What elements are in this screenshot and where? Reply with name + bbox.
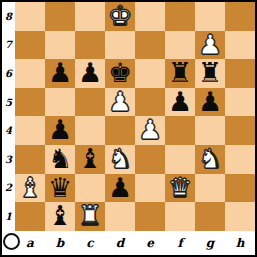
piece-white-pawn-e4[interactable]: ♟	[138, 116, 162, 145]
square-c1[interactable]: ♜	[75, 202, 105, 231]
file-label-g: g	[195, 231, 225, 255]
square-g4[interactable]	[195, 116, 225, 145]
square-d8[interactable]: ♚	[105, 2, 135, 31]
piece-white-pawn-d5[interactable]: ♟	[108, 87, 132, 116]
square-f8[interactable]	[165, 2, 195, 31]
piece-black-rook-g6[interactable]: ♜	[198, 59, 222, 88]
piece-black-rook-f6[interactable]: ♜	[168, 59, 192, 88]
square-d4[interactable]	[105, 116, 135, 145]
rank-label-7: 7	[2, 31, 15, 60]
file-label-d: d	[105, 231, 135, 255]
piece-black-pawn-d2[interactable]: ♟	[108, 173, 132, 202]
square-e3[interactable]	[135, 145, 165, 174]
square-b3[interactable]: ♞	[45, 145, 75, 174]
square-a1[interactable]	[15, 202, 45, 231]
square-g5[interactable]: ♟	[195, 88, 225, 117]
rank-label-4: 4	[2, 116, 15, 145]
square-h1[interactable]	[225, 202, 255, 231]
square-d6[interactable]: ♚	[105, 59, 135, 88]
piece-black-pawn-g5[interactable]: ♟	[198, 87, 222, 116]
piece-black-king-d6[interactable]: ♚	[108, 59, 132, 88]
square-e2[interactable]	[135, 174, 165, 203]
piece-white-knight-g3[interactable]: ♞	[198, 144, 222, 173]
square-e1[interactable]	[135, 202, 165, 231]
square-e6[interactable]	[135, 59, 165, 88]
square-b7[interactable]	[45, 31, 75, 60]
file-label-b: b	[45, 231, 75, 255]
rank-label-6: 6	[2, 59, 15, 88]
rank-label-3: 3	[2, 145, 15, 174]
piece-black-pawn-b4[interactable]: ♟	[48, 116, 72, 145]
piece-black-pawn-c6[interactable]: ♟	[78, 59, 102, 88]
piece-white-knight-d3[interactable]: ♞	[108, 144, 132, 173]
square-b6[interactable]: ♟	[45, 59, 75, 88]
square-c3[interactable]: ♝	[75, 145, 105, 174]
square-g2[interactable]	[195, 174, 225, 203]
square-b8[interactable]	[45, 2, 75, 31]
square-d3[interactable]: ♞	[105, 145, 135, 174]
square-b1[interactable]: ♝	[45, 202, 75, 231]
file-label-e: e	[135, 231, 165, 255]
square-a8[interactable]	[15, 2, 45, 31]
square-a3[interactable]	[15, 145, 45, 174]
square-f3[interactable]	[165, 145, 195, 174]
square-d1[interactable]	[105, 202, 135, 231]
square-h5[interactable]	[225, 88, 255, 117]
square-d5[interactable]: ♟	[105, 88, 135, 117]
square-g7[interactable]: ♟	[195, 31, 225, 60]
piece-black-bishop-c3[interactable]: ♝	[78, 144, 102, 173]
square-f1[interactable]	[165, 202, 195, 231]
square-c7[interactable]	[75, 31, 105, 60]
square-g1[interactable]	[195, 202, 225, 231]
square-a5[interactable]	[15, 88, 45, 117]
file-labels: abcdefgh	[15, 231, 255, 255]
square-b5[interactable]	[45, 88, 75, 117]
white-to-move-circle-icon	[3, 233, 20, 250]
rank-label-8: 8	[2, 2, 15, 31]
square-a7[interactable]	[15, 31, 45, 60]
piece-black-knight-b3[interactable]: ♞	[48, 144, 72, 173]
chess-diagram: 87654321 ♚♟♟♟♚♜♜♟♟♟♟♟♞♝♞♞♝♛♟♛♝♜ abcdefgh	[0, 0, 257, 257]
square-e8[interactable]	[135, 2, 165, 31]
square-e4[interactable]: ♟	[135, 116, 165, 145]
square-f2[interactable]: ♛	[165, 174, 195, 203]
square-f6[interactable]: ♜	[165, 59, 195, 88]
piece-black-pawn-b6[interactable]: ♟	[48, 59, 72, 88]
file-label-h: h	[225, 231, 255, 255]
square-h7[interactable]	[225, 31, 255, 60]
square-b2[interactable]: ♛	[45, 174, 75, 203]
square-h2[interactable]	[225, 174, 255, 203]
square-g6[interactable]: ♜	[195, 59, 225, 88]
rank-label-1: 1	[2, 202, 15, 231]
rank-label-2: 2	[2, 174, 15, 203]
file-label-c: c	[75, 231, 105, 255]
file-label-f: f	[165, 231, 195, 255]
piece-white-queen-f2[interactable]: ♛	[168, 173, 192, 202]
square-c8[interactable]	[75, 2, 105, 31]
square-a2[interactable]: ♝	[15, 174, 45, 203]
chess-board: ♚♟♟♟♚♜♜♟♟♟♟♟♞♝♞♞♝♛♟♛♝♜	[15, 2, 255, 231]
square-g3[interactable]: ♞	[195, 145, 225, 174]
piece-black-queen-b2[interactable]: ♛	[48, 173, 72, 202]
piece-white-bishop-a2[interactable]: ♝	[18, 173, 42, 202]
piece-black-pawn-f5[interactable]: ♟	[168, 87, 192, 116]
square-a6[interactable]	[15, 59, 45, 88]
piece-white-rook-c1[interactable]: ♜	[78, 202, 102, 231]
rank-labels: 87654321	[2, 2, 15, 231]
square-d2[interactable]: ♟	[105, 174, 135, 203]
square-f4[interactable]	[165, 116, 195, 145]
square-b4[interactable]: ♟	[45, 116, 75, 145]
rank-label-5: 5	[2, 88, 15, 117]
square-h8[interactable]	[225, 2, 255, 31]
square-f7[interactable]	[165, 31, 195, 60]
piece-white-pawn-g7[interactable]: ♟	[198, 30, 222, 59]
square-c4[interactable]	[75, 116, 105, 145]
square-h4[interactable]	[225, 116, 255, 145]
square-c5[interactable]	[75, 88, 105, 117]
square-c2[interactable]	[75, 174, 105, 203]
square-h3[interactable]	[225, 145, 255, 174]
square-e5[interactable]	[135, 88, 165, 117]
square-a4[interactable]	[15, 116, 45, 145]
piece-black-bishop-b1[interactable]: ♝	[48, 202, 72, 231]
piece-white-king-d8[interactable]: ♚	[108, 2, 132, 31]
square-g8[interactable]	[195, 2, 225, 31]
square-f5[interactable]: ♟	[165, 88, 195, 117]
square-d7[interactable]	[105, 31, 135, 60]
square-h6[interactable]	[225, 59, 255, 88]
square-c6[interactable]: ♟	[75, 59, 105, 88]
square-e7[interactable]	[135, 31, 165, 60]
